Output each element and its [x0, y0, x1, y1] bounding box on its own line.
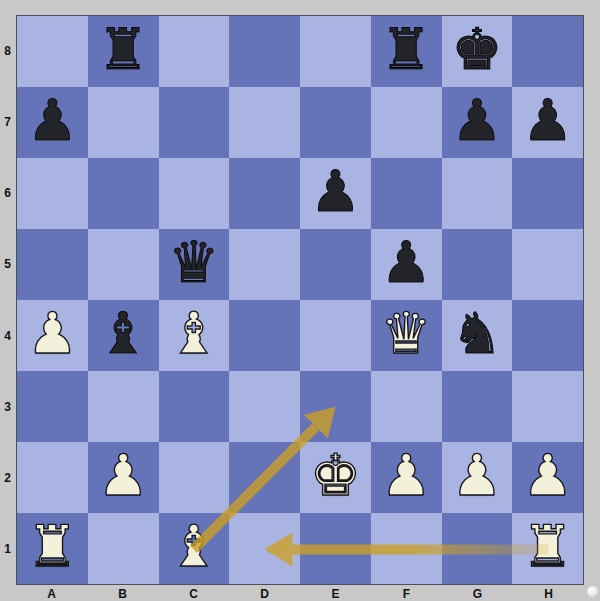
square-d2[interactable] — [229, 442, 300, 513]
square-a5[interactable] — [17, 229, 88, 300]
square-c6[interactable] — [159, 158, 230, 229]
rank-label-5: 5 — [0, 229, 15, 300]
square-b7[interactable] — [88, 87, 159, 158]
white-queen-f4[interactable]: ♛ — [381, 305, 432, 362]
square-b1[interactable] — [88, 513, 159, 584]
square-b6[interactable] — [88, 158, 159, 229]
square-f3[interactable] — [371, 371, 442, 442]
square-f4[interactable]: ♛ — [371, 300, 442, 371]
square-c5[interactable]: ♛ — [159, 229, 230, 300]
black-rook-f8[interactable]: ♜ — [381, 21, 432, 78]
square-b3[interactable] — [88, 371, 159, 442]
square-a4[interactable]: ♟ — [17, 300, 88, 371]
square-g2[interactable]: ♟ — [442, 442, 513, 513]
chess-app-stage: ♜♜♚♟♟♟♟♛♟♟♝♝♛♞♟♚♟♟♟♜♝♜ 87654321ABCDEFGH — [0, 0, 600, 601]
white-pawn-h2[interactable]: ♟ — [522, 447, 573, 504]
black-pawn-h7[interactable]: ♟ — [522, 92, 573, 149]
square-a6[interactable] — [17, 158, 88, 229]
resize-handle-dot — [587, 586, 598, 597]
square-g5[interactable] — [442, 229, 513, 300]
square-d3[interactable] — [229, 371, 300, 442]
square-g8[interactable]: ♚ — [442, 16, 513, 87]
square-c4[interactable]: ♝ — [159, 300, 230, 371]
square-e5[interactable] — [300, 229, 371, 300]
rank-label-3: 3 — [0, 371, 15, 442]
square-f5[interactable]: ♟ — [371, 229, 442, 300]
square-a8[interactable] — [17, 16, 88, 87]
square-e7[interactable] — [300, 87, 371, 158]
square-e6[interactable]: ♟ — [300, 158, 371, 229]
square-h2[interactable]: ♟ — [512, 442, 583, 513]
square-f6[interactable] — [371, 158, 442, 229]
file-label-a: A — [16, 586, 87, 601]
square-f2[interactable]: ♟ — [371, 442, 442, 513]
square-a1[interactable]: ♜ — [17, 513, 88, 584]
square-g3[interactable] — [442, 371, 513, 442]
square-e1[interactable] — [300, 513, 371, 584]
square-c1[interactable]: ♝ — [159, 513, 230, 584]
square-b5[interactable] — [88, 229, 159, 300]
black-knight-g4[interactable]: ♞ — [451, 305, 502, 362]
square-b2[interactable]: ♟ — [88, 442, 159, 513]
square-d8[interactable] — [229, 16, 300, 87]
black-pawn-f5[interactable]: ♟ — [381, 234, 432, 291]
square-d7[interactable] — [229, 87, 300, 158]
file-label-d: D — [229, 586, 300, 601]
file-label-g: G — [442, 586, 513, 601]
square-a7[interactable]: ♟ — [17, 87, 88, 158]
file-label-f: F — [371, 586, 442, 601]
square-f1[interactable] — [371, 513, 442, 584]
white-pawn-b2[interactable]: ♟ — [98, 447, 149, 504]
white-bishop-c1[interactable]: ♝ — [168, 518, 219, 575]
black-queen-c5[interactable]: ♛ — [168, 234, 219, 291]
square-f8[interactable]: ♜ — [371, 16, 442, 87]
white-pawn-f2[interactable]: ♟ — [381, 447, 432, 504]
square-a3[interactable] — [17, 371, 88, 442]
rank-label-1: 1 — [0, 514, 15, 585]
file-label-h: H — [513, 586, 584, 601]
rank-label-8: 8 — [0, 15, 15, 86]
rank-label-7: 7 — [0, 86, 15, 157]
black-pawn-e6[interactable]: ♟ — [310, 163, 361, 220]
rank-label-6: 6 — [0, 158, 15, 229]
square-c8[interactable] — [159, 16, 230, 87]
square-b4[interactable]: ♝ — [88, 300, 159, 371]
file-label-e: E — [300, 586, 371, 601]
square-h7[interactable]: ♟ — [512, 87, 583, 158]
square-e2[interactable]: ♚ — [300, 442, 371, 513]
square-e3[interactable] — [300, 371, 371, 442]
square-a2[interactable] — [17, 442, 88, 513]
square-h5[interactable] — [512, 229, 583, 300]
square-g7[interactable]: ♟ — [442, 87, 513, 158]
file-label-b: B — [87, 586, 158, 601]
rank-label-4: 4 — [0, 300, 15, 371]
rank-label-2: 2 — [0, 443, 15, 514]
white-bishop-c4[interactable]: ♝ — [168, 305, 219, 362]
square-d1[interactable] — [229, 513, 300, 584]
file-label-c: C — [158, 586, 229, 601]
square-c3[interactable] — [159, 371, 230, 442]
square-d6[interactable] — [229, 158, 300, 229]
white-pawn-a4[interactable]: ♟ — [27, 305, 78, 362]
square-h3[interactable] — [512, 371, 583, 442]
square-f7[interactable] — [371, 87, 442, 158]
square-h4[interactable] — [512, 300, 583, 371]
white-pawn-g2[interactable]: ♟ — [451, 447, 502, 504]
square-d5[interactable] — [229, 229, 300, 300]
square-g6[interactable] — [442, 158, 513, 229]
square-g4[interactable]: ♞ — [442, 300, 513, 371]
black-rook-b8[interactable]: ♜ — [98, 21, 149, 78]
square-h8[interactable] — [512, 16, 583, 87]
square-c7[interactable] — [159, 87, 230, 158]
square-h6[interactable] — [512, 158, 583, 229]
white-rook-h1[interactable]: ♜ — [522, 518, 573, 575]
square-e8[interactable] — [300, 16, 371, 87]
black-bishop-b4[interactable]: ♝ — [98, 305, 149, 362]
black-king-g8[interactable]: ♚ — [451, 21, 502, 78]
square-h1[interactable]: ♜ — [512, 513, 583, 584]
white-king-e2[interactable]: ♚ — [310, 447, 361, 504]
square-d4[interactable] — [229, 300, 300, 371]
chess-board: ♜♜♚♟♟♟♟♛♟♟♝♝♛♞♟♚♟♟♟♜♝♜ — [16, 15, 584, 585]
square-b8[interactable]: ♜ — [88, 16, 159, 87]
black-pawn-g7[interactable]: ♟ — [451, 92, 502, 149]
square-e4[interactable] — [300, 300, 371, 371]
square-g1[interactable] — [442, 513, 513, 584]
white-rook-a1[interactable]: ♜ — [27, 518, 78, 575]
black-pawn-a7[interactable]: ♟ — [27, 92, 78, 149]
square-c2[interactable] — [159, 442, 230, 513]
